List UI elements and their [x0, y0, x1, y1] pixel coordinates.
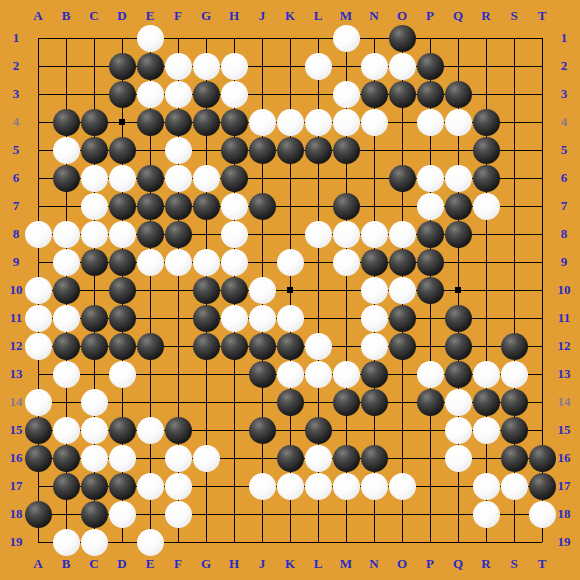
intersection-H4[interactable]: [220, 108, 248, 136]
intersection-J18[interactable]: [248, 500, 276, 528]
intersection-O6[interactable]: [388, 164, 416, 192]
intersection-O14[interactable]: [388, 388, 416, 416]
intersection-D10[interactable]: [108, 276, 136, 304]
intersection-E11[interactable]: [136, 304, 164, 332]
intersection-K7[interactable]: [276, 192, 304, 220]
intersection-T1[interactable]: [528, 24, 556, 52]
intersection-P3[interactable]: [416, 80, 444, 108]
intersection-S7[interactable]: [500, 192, 528, 220]
intersection-C5[interactable]: [80, 136, 108, 164]
intersection-D9[interactable]: [108, 248, 136, 276]
intersection-S15[interactable]: [500, 416, 528, 444]
intersection-O17[interactable]: [388, 472, 416, 500]
intersection-J1[interactable]: [248, 24, 276, 52]
intersection-A15[interactable]: [24, 416, 52, 444]
intersection-T15[interactable]: [528, 416, 556, 444]
intersection-D2[interactable]: [108, 52, 136, 80]
intersection-E8[interactable]: [136, 220, 164, 248]
intersection-K12[interactable]: [276, 332, 304, 360]
intersection-L14[interactable]: [304, 388, 332, 416]
intersection-D7[interactable]: [108, 192, 136, 220]
intersection-A14[interactable]: [24, 388, 52, 416]
intersection-N1[interactable]: [360, 24, 388, 52]
intersection-E15[interactable]: [136, 416, 164, 444]
intersection-K10[interactable]: [276, 276, 304, 304]
intersection-D11[interactable]: [108, 304, 136, 332]
intersection-H18[interactable]: [220, 500, 248, 528]
intersection-P5[interactable]: [416, 136, 444, 164]
intersection-H10[interactable]: [220, 276, 248, 304]
intersection-T19[interactable]: [528, 528, 556, 556]
intersection-J6[interactable]: [248, 164, 276, 192]
intersection-E4[interactable]: [136, 108, 164, 136]
intersection-A4[interactable]: [24, 108, 52, 136]
intersection-O15[interactable]: [388, 416, 416, 444]
intersection-K1[interactable]: [276, 24, 304, 52]
intersection-J5[interactable]: [248, 136, 276, 164]
intersection-S3[interactable]: [500, 80, 528, 108]
intersection-N12[interactable]: [360, 332, 388, 360]
intersection-R18[interactable]: [472, 500, 500, 528]
intersection-T8[interactable]: [528, 220, 556, 248]
intersection-K2[interactable]: [276, 52, 304, 80]
intersection-O2[interactable]: [388, 52, 416, 80]
intersection-Q7[interactable]: [444, 192, 472, 220]
intersection-F6[interactable]: [164, 164, 192, 192]
intersection-Q13[interactable]: [444, 360, 472, 388]
intersection-F19[interactable]: [164, 528, 192, 556]
intersection-Q8[interactable]: [444, 220, 472, 248]
intersection-C16[interactable]: [80, 444, 108, 472]
intersection-A1[interactable]: [24, 24, 52, 52]
intersection-M8[interactable]: [332, 220, 360, 248]
intersection-K8[interactable]: [276, 220, 304, 248]
intersection-L6[interactable]: [304, 164, 332, 192]
intersection-D18[interactable]: [108, 500, 136, 528]
intersection-C13[interactable]: [80, 360, 108, 388]
intersection-O9[interactable]: [388, 248, 416, 276]
intersection-M16[interactable]: [332, 444, 360, 472]
intersection-A10[interactable]: [24, 276, 52, 304]
intersection-F17[interactable]: [164, 472, 192, 500]
intersection-H17[interactable]: [220, 472, 248, 500]
intersection-L15[interactable]: [304, 416, 332, 444]
intersection-L5[interactable]: [304, 136, 332, 164]
intersection-C4[interactable]: [80, 108, 108, 136]
intersection-N11[interactable]: [360, 304, 388, 332]
intersection-Q11[interactable]: [444, 304, 472, 332]
intersection-E10[interactable]: [136, 276, 164, 304]
intersection-S14[interactable]: [500, 388, 528, 416]
intersection-F11[interactable]: [164, 304, 192, 332]
intersection-F9[interactable]: [164, 248, 192, 276]
intersection-A7[interactable]: [24, 192, 52, 220]
intersection-J2[interactable]: [248, 52, 276, 80]
intersection-R7[interactable]: [472, 192, 500, 220]
intersection-G15[interactable]: [192, 416, 220, 444]
intersection-M6[interactable]: [332, 164, 360, 192]
intersection-N18[interactable]: [360, 500, 388, 528]
intersection-T9[interactable]: [528, 248, 556, 276]
intersection-P6[interactable]: [416, 164, 444, 192]
intersection-Q2[interactable]: [444, 52, 472, 80]
intersection-S4[interactable]: [500, 108, 528, 136]
intersection-B9[interactable]: [52, 248, 80, 276]
intersection-O18[interactable]: [388, 500, 416, 528]
intersection-D12[interactable]: [108, 332, 136, 360]
intersection-E3[interactable]: [136, 80, 164, 108]
intersection-L9[interactable]: [304, 248, 332, 276]
intersection-K9[interactable]: [276, 248, 304, 276]
intersection-J7[interactable]: [248, 192, 276, 220]
intersection-J8[interactable]: [248, 220, 276, 248]
intersection-M15[interactable]: [332, 416, 360, 444]
intersection-S5[interactable]: [500, 136, 528, 164]
intersection-L2[interactable]: [304, 52, 332, 80]
intersection-L11[interactable]: [304, 304, 332, 332]
intersection-G3[interactable]: [192, 80, 220, 108]
intersection-N10[interactable]: [360, 276, 388, 304]
intersection-H16[interactable]: [220, 444, 248, 472]
intersection-K15[interactable]: [276, 416, 304, 444]
intersection-C10[interactable]: [80, 276, 108, 304]
intersection-F15[interactable]: [164, 416, 192, 444]
intersection-C17[interactable]: [80, 472, 108, 500]
intersection-P4[interactable]: [416, 108, 444, 136]
intersection-L13[interactable]: [304, 360, 332, 388]
intersection-H7[interactable]: [220, 192, 248, 220]
intersection-B10[interactable]: [52, 276, 80, 304]
intersection-O7[interactable]: [388, 192, 416, 220]
intersection-F7[interactable]: [164, 192, 192, 220]
intersection-A17[interactable]: [24, 472, 52, 500]
intersection-J3[interactable]: [248, 80, 276, 108]
intersection-J13[interactable]: [248, 360, 276, 388]
intersection-Q5[interactable]: [444, 136, 472, 164]
intersection-T2[interactable]: [528, 52, 556, 80]
intersection-M14[interactable]: [332, 388, 360, 416]
intersection-B16[interactable]: [52, 444, 80, 472]
intersection-O1[interactable]: [388, 24, 416, 52]
intersection-G10[interactable]: [192, 276, 220, 304]
intersection-O10[interactable]: [388, 276, 416, 304]
intersection-N8[interactable]: [360, 220, 388, 248]
intersection-Q9[interactable]: [444, 248, 472, 276]
intersection-G4[interactable]: [192, 108, 220, 136]
intersection-A3[interactable]: [24, 80, 52, 108]
intersection-F12[interactable]: [164, 332, 192, 360]
intersection-N5[interactable]: [360, 136, 388, 164]
intersection-B15[interactable]: [52, 416, 80, 444]
intersection-J17[interactable]: [248, 472, 276, 500]
intersection-D14[interactable]: [108, 388, 136, 416]
intersection-B12[interactable]: [52, 332, 80, 360]
intersection-P11[interactable]: [416, 304, 444, 332]
intersection-S17[interactable]: [500, 472, 528, 500]
intersection-T18[interactable]: [528, 500, 556, 528]
intersection-B5[interactable]: [52, 136, 80, 164]
intersection-K11[interactable]: [276, 304, 304, 332]
intersection-K13[interactable]: [276, 360, 304, 388]
intersection-R14[interactable]: [472, 388, 500, 416]
intersection-R10[interactable]: [472, 276, 500, 304]
intersection-O8[interactable]: [388, 220, 416, 248]
intersection-S2[interactable]: [500, 52, 528, 80]
intersection-T12[interactable]: [528, 332, 556, 360]
intersection-T14[interactable]: [528, 388, 556, 416]
intersection-Q1[interactable]: [444, 24, 472, 52]
intersection-H13[interactable]: [220, 360, 248, 388]
intersection-J4[interactable]: [248, 108, 276, 136]
intersection-C14[interactable]: [80, 388, 108, 416]
intersection-T10[interactable]: [528, 276, 556, 304]
intersection-R2[interactable]: [472, 52, 500, 80]
intersection-Q6[interactable]: [444, 164, 472, 192]
intersection-H15[interactable]: [220, 416, 248, 444]
intersection-D16[interactable]: [108, 444, 136, 472]
intersection-F10[interactable]: [164, 276, 192, 304]
intersection-S19[interactable]: [500, 528, 528, 556]
intersection-N17[interactable]: [360, 472, 388, 500]
intersection-J9[interactable]: [248, 248, 276, 276]
intersection-L18[interactable]: [304, 500, 332, 528]
intersection-M1[interactable]: [332, 24, 360, 52]
intersection-B7[interactable]: [52, 192, 80, 220]
go-board[interactable]: [24, 24, 556, 556]
intersection-D13[interactable]: [108, 360, 136, 388]
intersection-L16[interactable]: [304, 444, 332, 472]
intersection-P12[interactable]: [416, 332, 444, 360]
intersection-B1[interactable]: [52, 24, 80, 52]
intersection-G7[interactable]: [192, 192, 220, 220]
intersection-L12[interactable]: [304, 332, 332, 360]
intersection-P2[interactable]: [416, 52, 444, 80]
intersection-O12[interactable]: [388, 332, 416, 360]
intersection-A8[interactable]: [24, 220, 52, 248]
intersection-L19[interactable]: [304, 528, 332, 556]
intersection-D1[interactable]: [108, 24, 136, 52]
intersection-G13[interactable]: [192, 360, 220, 388]
intersection-G19[interactable]: [192, 528, 220, 556]
intersection-Q15[interactable]: [444, 416, 472, 444]
intersection-S12[interactable]: [500, 332, 528, 360]
intersection-K4[interactable]: [276, 108, 304, 136]
intersection-P13[interactable]: [416, 360, 444, 388]
intersection-P17[interactable]: [416, 472, 444, 500]
intersection-T7[interactable]: [528, 192, 556, 220]
intersection-R9[interactable]: [472, 248, 500, 276]
intersection-O4[interactable]: [388, 108, 416, 136]
intersection-P18[interactable]: [416, 500, 444, 528]
intersection-H8[interactable]: [220, 220, 248, 248]
intersection-C12[interactable]: [80, 332, 108, 360]
intersection-B4[interactable]: [52, 108, 80, 136]
intersection-D4[interactable]: [108, 108, 136, 136]
intersection-K5[interactable]: [276, 136, 304, 164]
intersection-R17[interactable]: [472, 472, 500, 500]
intersection-B11[interactable]: [52, 304, 80, 332]
intersection-M7[interactable]: [332, 192, 360, 220]
intersection-T4[interactable]: [528, 108, 556, 136]
intersection-D3[interactable]: [108, 80, 136, 108]
intersection-H11[interactable]: [220, 304, 248, 332]
intersection-C3[interactable]: [80, 80, 108, 108]
intersection-O11[interactable]: [388, 304, 416, 332]
intersection-G9[interactable]: [192, 248, 220, 276]
intersection-L8[interactable]: [304, 220, 332, 248]
intersection-E7[interactable]: [136, 192, 164, 220]
intersection-Q16[interactable]: [444, 444, 472, 472]
intersection-F1[interactable]: [164, 24, 192, 52]
intersection-L10[interactable]: [304, 276, 332, 304]
intersection-P10[interactable]: [416, 276, 444, 304]
intersection-S6[interactable]: [500, 164, 528, 192]
intersection-T11[interactable]: [528, 304, 556, 332]
intersection-G12[interactable]: [192, 332, 220, 360]
intersection-K17[interactable]: [276, 472, 304, 500]
intersection-H14[interactable]: [220, 388, 248, 416]
intersection-R11[interactable]: [472, 304, 500, 332]
intersection-D17[interactable]: [108, 472, 136, 500]
intersection-T16[interactable]: [528, 444, 556, 472]
intersection-E16[interactable]: [136, 444, 164, 472]
intersection-G1[interactable]: [192, 24, 220, 52]
intersection-F16[interactable]: [164, 444, 192, 472]
intersection-C7[interactable]: [80, 192, 108, 220]
intersection-R4[interactable]: [472, 108, 500, 136]
intersection-B2[interactable]: [52, 52, 80, 80]
intersection-F18[interactable]: [164, 500, 192, 528]
intersection-O19[interactable]: [388, 528, 416, 556]
intersection-M2[interactable]: [332, 52, 360, 80]
intersection-J14[interactable]: [248, 388, 276, 416]
intersection-C6[interactable]: [80, 164, 108, 192]
intersection-R19[interactable]: [472, 528, 500, 556]
intersection-J19[interactable]: [248, 528, 276, 556]
intersection-N13[interactable]: [360, 360, 388, 388]
intersection-L17[interactable]: [304, 472, 332, 500]
intersection-T13[interactable]: [528, 360, 556, 388]
intersection-J11[interactable]: [248, 304, 276, 332]
intersection-A2[interactable]: [24, 52, 52, 80]
intersection-R5[interactable]: [472, 136, 500, 164]
intersection-B18[interactable]: [52, 500, 80, 528]
intersection-S18[interactable]: [500, 500, 528, 528]
intersection-O13[interactable]: [388, 360, 416, 388]
intersection-T6[interactable]: [528, 164, 556, 192]
intersection-F2[interactable]: [164, 52, 192, 80]
intersection-F13[interactable]: [164, 360, 192, 388]
intersection-C9[interactable]: [80, 248, 108, 276]
intersection-T3[interactable]: [528, 80, 556, 108]
intersection-N6[interactable]: [360, 164, 388, 192]
intersection-A6[interactable]: [24, 164, 52, 192]
intersection-F8[interactable]: [164, 220, 192, 248]
intersection-N16[interactable]: [360, 444, 388, 472]
intersection-P1[interactable]: [416, 24, 444, 52]
intersection-E2[interactable]: [136, 52, 164, 80]
intersection-E17[interactable]: [136, 472, 164, 500]
intersection-D19[interactable]: [108, 528, 136, 556]
intersection-D5[interactable]: [108, 136, 136, 164]
intersection-M11[interactable]: [332, 304, 360, 332]
intersection-N7[interactable]: [360, 192, 388, 220]
intersection-H2[interactable]: [220, 52, 248, 80]
intersection-D15[interactable]: [108, 416, 136, 444]
intersection-S13[interactable]: [500, 360, 528, 388]
intersection-M17[interactable]: [332, 472, 360, 500]
intersection-E19[interactable]: [136, 528, 164, 556]
intersection-R6[interactable]: [472, 164, 500, 192]
intersection-H1[interactable]: [220, 24, 248, 52]
intersection-R8[interactable]: [472, 220, 500, 248]
intersection-O3[interactable]: [388, 80, 416, 108]
intersection-A16[interactable]: [24, 444, 52, 472]
intersection-H9[interactable]: [220, 248, 248, 276]
intersection-T17[interactable]: [528, 472, 556, 500]
intersection-K19[interactable]: [276, 528, 304, 556]
intersection-F3[interactable]: [164, 80, 192, 108]
intersection-M3[interactable]: [332, 80, 360, 108]
intersection-E18[interactable]: [136, 500, 164, 528]
intersection-D8[interactable]: [108, 220, 136, 248]
intersection-P15[interactable]: [416, 416, 444, 444]
intersection-K14[interactable]: [276, 388, 304, 416]
intersection-Q10[interactable]: [444, 276, 472, 304]
intersection-N15[interactable]: [360, 416, 388, 444]
intersection-G8[interactable]: [192, 220, 220, 248]
intersection-Q4[interactable]: [444, 108, 472, 136]
intersection-Q18[interactable]: [444, 500, 472, 528]
intersection-A19[interactable]: [24, 528, 52, 556]
intersection-P16[interactable]: [416, 444, 444, 472]
intersection-M13[interactable]: [332, 360, 360, 388]
intersection-S1[interactable]: [500, 24, 528, 52]
intersection-O5[interactable]: [388, 136, 416, 164]
intersection-M9[interactable]: [332, 248, 360, 276]
intersection-M10[interactable]: [332, 276, 360, 304]
intersection-J12[interactable]: [248, 332, 276, 360]
intersection-S10[interactable]: [500, 276, 528, 304]
intersection-C11[interactable]: [80, 304, 108, 332]
intersection-L7[interactable]: [304, 192, 332, 220]
intersection-B14[interactable]: [52, 388, 80, 416]
intersection-H5[interactable]: [220, 136, 248, 164]
intersection-R1[interactable]: [472, 24, 500, 52]
intersection-G5[interactable]: [192, 136, 220, 164]
intersection-K18[interactable]: [276, 500, 304, 528]
intersection-G2[interactable]: [192, 52, 220, 80]
intersection-N14[interactable]: [360, 388, 388, 416]
intersection-J16[interactable]: [248, 444, 276, 472]
intersection-K3[interactable]: [276, 80, 304, 108]
intersection-G11[interactable]: [192, 304, 220, 332]
intersection-N2[interactable]: [360, 52, 388, 80]
intersection-M4[interactable]: [332, 108, 360, 136]
intersection-S8[interactable]: [500, 220, 528, 248]
intersection-G17[interactable]: [192, 472, 220, 500]
intersection-F4[interactable]: [164, 108, 192, 136]
intersection-B19[interactable]: [52, 528, 80, 556]
intersection-C15[interactable]: [80, 416, 108, 444]
intersection-J10[interactable]: [248, 276, 276, 304]
intersection-E9[interactable]: [136, 248, 164, 276]
intersection-M18[interactable]: [332, 500, 360, 528]
intersection-E5[interactable]: [136, 136, 164, 164]
intersection-S9[interactable]: [500, 248, 528, 276]
intersection-Q12[interactable]: [444, 332, 472, 360]
intersection-G16[interactable]: [192, 444, 220, 472]
